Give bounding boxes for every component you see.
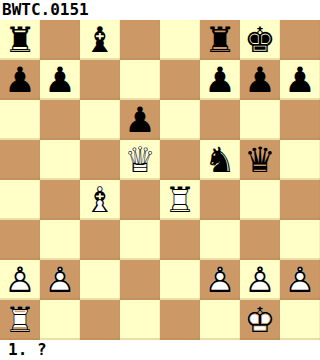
square-f3[interactable] (200, 220, 240, 260)
square-c5[interactable] (80, 140, 120, 180)
square-e8[interactable] (160, 20, 200, 60)
white-piece-outline-layer: ♕ (120, 140, 160, 180)
black-bishop-piece: ♝ (80, 20, 120, 60)
square-e6[interactable] (160, 100, 200, 140)
white-piece-outline-layer: ♗ (80, 180, 120, 220)
square-h2[interactable]: ♟♙ (280, 260, 320, 300)
white-rook-piece: ♜♖ (0, 300, 40, 340)
black-queen-piece: ♛ (240, 140, 280, 180)
square-d7[interactable] (120, 60, 160, 100)
white-piece-outline-layer: ♙ (240, 260, 280, 300)
white-pawn-piece: ♟♙ (40, 260, 80, 300)
square-g6[interactable] (240, 100, 280, 140)
square-d4[interactable] (120, 180, 160, 220)
square-b8[interactable] (40, 20, 80, 60)
square-f8[interactable]: ♜ (200, 20, 240, 60)
square-e7[interactable] (160, 60, 200, 100)
square-h1[interactable] (280, 300, 320, 340)
square-e2[interactable] (160, 260, 200, 300)
black-rook-piece: ♜ (200, 20, 240, 60)
square-f5[interactable]: ♞ (200, 140, 240, 180)
square-e4[interactable]: ♜♖ (160, 180, 200, 220)
black-pawn-piece: ♟ (40, 60, 80, 100)
square-b3[interactable] (40, 220, 80, 260)
square-g3[interactable] (240, 220, 280, 260)
square-b4[interactable] (40, 180, 80, 220)
white-piece-outline-layer: ♖ (160, 180, 200, 220)
square-c3[interactable] (80, 220, 120, 260)
square-d2[interactable] (120, 260, 160, 300)
square-f2[interactable]: ♟♙ (200, 260, 240, 300)
square-c8[interactable]: ♝ (80, 20, 120, 60)
square-a2[interactable]: ♟♙ (0, 260, 40, 300)
square-f7[interactable]: ♟ (200, 60, 240, 100)
white-bishop-piece: ♝♗ (80, 180, 120, 220)
white-pawn-piece: ♟♙ (0, 260, 40, 300)
square-c2[interactable] (80, 260, 120, 300)
square-f4[interactable] (200, 180, 240, 220)
square-a7[interactable]: ♟ (0, 60, 40, 100)
square-h7[interactable]: ♟ (280, 60, 320, 100)
black-pawn-piece: ♟ (200, 60, 240, 100)
black-knight-piece: ♞ (200, 140, 240, 180)
white-piece-outline-layer: ♙ (280, 260, 320, 300)
square-h4[interactable] (280, 180, 320, 220)
square-c7[interactable] (80, 60, 120, 100)
square-d8[interactable] (120, 20, 160, 60)
square-a6[interactable] (0, 100, 40, 140)
square-b5[interactable] (40, 140, 80, 180)
square-c6[interactable] (80, 100, 120, 140)
white-king-piece: ♚♔ (240, 300, 280, 340)
square-g2[interactable]: ♟♙ (240, 260, 280, 300)
square-d3[interactable] (120, 220, 160, 260)
white-pawn-piece: ♟♙ (280, 260, 320, 300)
black-pawn-piece: ♟ (0, 60, 40, 100)
black-rook-piece: ♜ (0, 20, 40, 60)
white-piece-outline-layer: ♖ (0, 300, 40, 340)
black-pawn-piece: ♟ (240, 60, 280, 100)
square-e5[interactable] (160, 140, 200, 180)
square-h6[interactable] (280, 100, 320, 140)
square-b2[interactable]: ♟♙ (40, 260, 80, 300)
square-d6[interactable]: ♟ (120, 100, 160, 140)
square-a4[interactable] (0, 180, 40, 220)
square-h3[interactable] (280, 220, 320, 260)
square-d5[interactable]: ♛♕ (120, 140, 160, 180)
square-e1[interactable] (160, 300, 200, 340)
black-pawn-piece: ♟ (280, 60, 320, 100)
square-a5[interactable] (0, 140, 40, 180)
white-piece-outline-layer: ♙ (200, 260, 240, 300)
black-king-piece: ♚ (240, 20, 280, 60)
square-g5[interactable]: ♛ (240, 140, 280, 180)
square-b1[interactable] (40, 300, 80, 340)
white-pawn-piece: ♟♙ (240, 260, 280, 300)
white-piece-outline-layer: ♔ (240, 300, 280, 340)
square-a3[interactable] (0, 220, 40, 260)
white-piece-outline-layer: ♙ (0, 260, 40, 300)
square-g7[interactable]: ♟ (240, 60, 280, 100)
square-c4[interactable]: ♝♗ (80, 180, 120, 220)
square-f1[interactable] (200, 300, 240, 340)
puzzle-title: BWTC.0151 (0, 0, 320, 20)
square-b7[interactable]: ♟ (40, 60, 80, 100)
chess-board: ♜♝♜♚♟♟♟♟♟♟♛♕♞♛♝♗♜♖♟♙♟♙♟♙♟♙♟♙♜♖♚♔ (0, 20, 320, 340)
square-g1[interactable]: ♚♔ (240, 300, 280, 340)
square-e3[interactable] (160, 220, 200, 260)
square-a8[interactable]: ♜ (0, 20, 40, 60)
square-g8[interactable]: ♚ (240, 20, 280, 60)
square-c1[interactable] (80, 300, 120, 340)
white-rook-piece: ♜♖ (160, 180, 200, 220)
white-piece-outline-layer: ♙ (40, 260, 80, 300)
square-h8[interactable] (280, 20, 320, 60)
square-g4[interactable] (240, 180, 280, 220)
black-pawn-piece: ♟ (120, 100, 160, 140)
square-h5[interactable] (280, 140, 320, 180)
square-d1[interactable] (120, 300, 160, 340)
white-pawn-piece: ♟♙ (200, 260, 240, 300)
square-f6[interactable] (200, 100, 240, 140)
square-b6[interactable] (40, 100, 80, 140)
move-prompt: 1. ? (0, 340, 320, 360)
white-queen-piece: ♛♕ (120, 140, 160, 180)
square-a1[interactable]: ♜♖ (0, 300, 40, 340)
